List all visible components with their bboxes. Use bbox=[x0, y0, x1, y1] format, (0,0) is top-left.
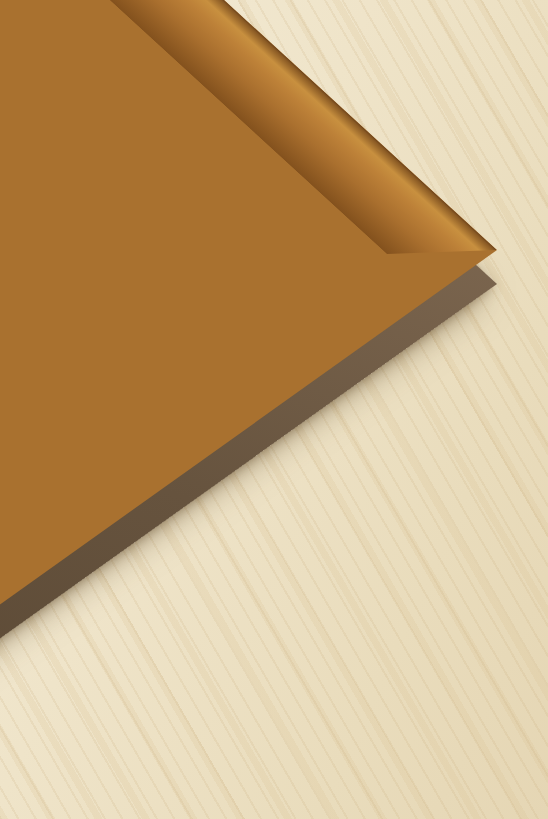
photo-scene: AABBCCDDEEFFGGHH1122334455667788 bbox=[0, 0, 548, 819]
board-container: AABBCCDDEEFFGGHH1122334455667788 bbox=[0, 250, 497, 819]
